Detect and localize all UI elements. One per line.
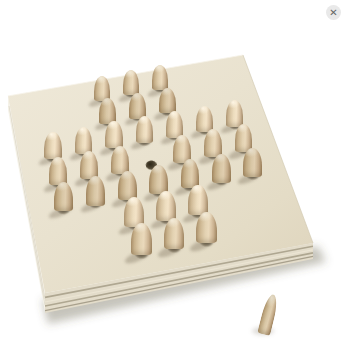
spare-peg[interactable] [257,293,280,336]
peg-r3c2[interactable] [111,146,129,174]
peg-r3c5[interactable] [204,129,222,157]
peg-r4c5[interactable] [212,154,231,183]
peg-r4c6[interactable] [243,148,262,177]
pieces-layer [0,0,350,350]
peg-r4c1[interactable] [86,176,105,205]
peg-r3c4[interactable] [173,135,191,163]
peg-r0c4[interactable] [152,65,168,90]
peg-r6c3[interactable] [164,218,184,250]
peg-r4c0[interactable] [54,182,73,212]
peg-r0c2[interactable] [94,76,110,101]
peg-r5c4[interactable] [188,185,207,215]
peg-r2c0[interactable] [44,132,62,159]
peg-r3c0[interactable] [49,157,67,185]
product-photo-lightbox: ✕ [0,0,350,350]
peg-r2c3[interactable] [136,116,153,143]
peg-r3c1[interactable] [80,151,98,179]
peg-r4c2[interactable] [118,171,137,200]
peg-r2c2[interactable] [105,121,122,148]
peg-r2c4[interactable] [166,111,183,138]
peg-r1c3[interactable] [129,93,146,119]
peg-r6c2[interactable] [131,223,151,255]
peg-r2c6[interactable] [226,100,243,127]
peg-r5c3[interactable] [156,191,176,221]
peg-r2c5[interactable] [196,106,213,133]
peg-r6c4[interactable] [196,212,216,244]
peg-r2c1[interactable] [75,127,92,154]
peg-r4c3[interactable] [149,165,168,194]
peg-r1c4[interactable] [159,88,176,114]
peg-r0c3[interactable] [123,70,139,95]
peg-r1c2[interactable] [99,98,116,124]
